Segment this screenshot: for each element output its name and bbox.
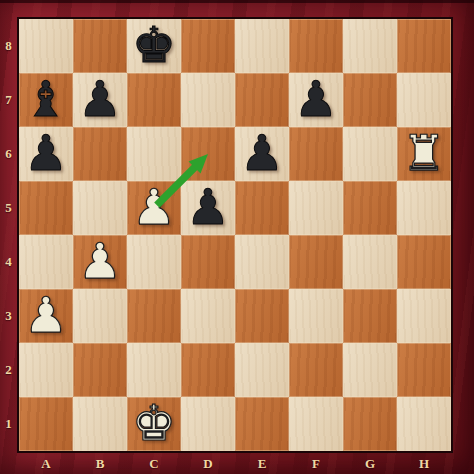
file-label-f: F: [289, 453, 343, 474]
square-a2[interactable]: [19, 343, 73, 397]
square-c7[interactable]: [127, 73, 181, 127]
square-c2[interactable]: [127, 343, 181, 397]
square-d3[interactable]: [181, 289, 235, 343]
rank-label-7: 7: [0, 73, 17, 127]
piece-black-pawn-d5[interactable]: ♟: [181, 181, 235, 235]
square-f8[interactable]: [289, 19, 343, 73]
square-e3[interactable]: [235, 289, 289, 343]
square-a8[interactable]: [19, 19, 73, 73]
piece-black-pawn-b7[interactable]: ♟: [73, 73, 127, 127]
file-label-h: H: [397, 453, 451, 474]
square-b8[interactable]: [73, 19, 127, 73]
square-g8[interactable]: [343, 19, 397, 73]
square-e1[interactable]: [235, 397, 289, 451]
square-b3[interactable]: [73, 289, 127, 343]
rank-label-2: 2: [0, 343, 17, 397]
square-f3[interactable]: [289, 289, 343, 343]
rank-label-6: 6: [0, 127, 17, 181]
file-label-d: D: [181, 453, 235, 474]
square-e2[interactable]: [235, 343, 289, 397]
square-c4[interactable]: [127, 235, 181, 289]
square-a5[interactable]: [19, 181, 73, 235]
file-label-e: E: [235, 453, 289, 474]
piece-black-pawn-e6[interactable]: ♟: [235, 127, 289, 181]
file-label-b: B: [73, 453, 127, 474]
square-b2[interactable]: [73, 343, 127, 397]
piece-black-pawn-a6[interactable]: ♟: [19, 127, 73, 181]
file-label-g: G: [343, 453, 397, 474]
square-g2[interactable]: [343, 343, 397, 397]
square-e4[interactable]: [235, 235, 289, 289]
square-f4[interactable]: [289, 235, 343, 289]
square-h4[interactable]: [397, 235, 451, 289]
square-c6[interactable]: [127, 127, 181, 181]
square-g7[interactable]: [343, 73, 397, 127]
square-d6[interactable]: [181, 127, 235, 181]
square-g4[interactable]: [343, 235, 397, 289]
square-b6[interactable]: [73, 127, 127, 181]
square-g3[interactable]: [343, 289, 397, 343]
square-h1[interactable]: [397, 397, 451, 451]
square-c3[interactable]: [127, 289, 181, 343]
square-g5[interactable]: [343, 181, 397, 235]
square-f5[interactable]: [289, 181, 343, 235]
piece-white-king-c1[interactable]: ♚: [127, 397, 181, 451]
rank-label-8: 8: [0, 19, 17, 73]
square-d4[interactable]: [181, 235, 235, 289]
rank-label-1: 1: [0, 397, 17, 451]
square-d8[interactable]: [181, 19, 235, 73]
file-label-a: A: [19, 453, 73, 474]
chessboard-widget: ♚♝♟♟♟♟♜♟♟♟♟♚ 87654321ABCDEFGH: [0, 0, 474, 474]
piece-white-pawn-c5[interactable]: ♟: [127, 181, 181, 235]
square-a1[interactable]: [19, 397, 73, 451]
square-h5[interactable]: [397, 181, 451, 235]
piece-white-pawn-b4[interactable]: ♟: [73, 235, 127, 289]
square-e8[interactable]: [235, 19, 289, 73]
square-f6[interactable]: [289, 127, 343, 181]
piece-black-king-c8[interactable]: ♚: [127, 19, 181, 73]
square-d7[interactable]: [181, 73, 235, 127]
file-label-c: C: [127, 453, 181, 474]
piece-black-bishop-a7[interactable]: ♝: [19, 73, 73, 127]
square-f1[interactable]: [289, 397, 343, 451]
square-b5[interactable]: [73, 181, 127, 235]
square-h7[interactable]: [397, 73, 451, 127]
square-h3[interactable]: [397, 289, 451, 343]
piece-white-rook-h6[interactable]: ♜: [397, 127, 451, 181]
chess-board[interactable]: ♚♝♟♟♟♟♜♟♟♟♟♚: [17, 17, 453, 453]
square-f2[interactable]: [289, 343, 343, 397]
square-d1[interactable]: [181, 397, 235, 451]
square-g1[interactable]: [343, 397, 397, 451]
square-e7[interactable]: [235, 73, 289, 127]
rank-label-3: 3: [0, 289, 17, 343]
square-h2[interactable]: [397, 343, 451, 397]
square-e5[interactable]: [235, 181, 289, 235]
rank-label-5: 5: [0, 181, 17, 235]
square-b1[interactable]: [73, 397, 127, 451]
rank-label-4: 4: [0, 235, 17, 289]
square-g6[interactable]: [343, 127, 397, 181]
square-d2[interactable]: [181, 343, 235, 397]
piece-black-pawn-f7[interactable]: ♟: [289, 73, 343, 127]
square-a4[interactable]: [19, 235, 73, 289]
square-h8[interactable]: [397, 19, 451, 73]
piece-white-pawn-a3[interactable]: ♟: [19, 289, 73, 343]
